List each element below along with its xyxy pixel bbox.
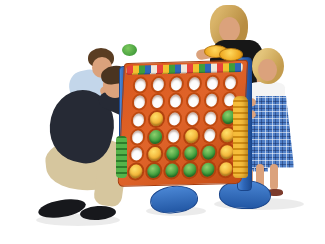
empty-hole xyxy=(203,129,215,142)
green-disc xyxy=(201,145,215,159)
board-cell xyxy=(164,127,183,145)
board-cell xyxy=(199,144,218,162)
board-cell xyxy=(127,146,146,164)
yellow-disc xyxy=(128,165,142,179)
green-disc xyxy=(146,164,160,178)
empty-hole xyxy=(224,76,236,89)
board-grid xyxy=(126,74,240,181)
empty-hole xyxy=(132,113,144,126)
yellow-disc-tray xyxy=(233,96,248,178)
left-post-green-cap xyxy=(122,44,137,56)
board-cell xyxy=(144,163,163,181)
board-cell xyxy=(202,92,221,110)
board-cell xyxy=(147,93,166,111)
board-cell xyxy=(130,76,149,94)
board-cell xyxy=(129,94,148,112)
board-cell xyxy=(202,74,221,92)
yellow-disc xyxy=(147,147,161,161)
girl-leg xyxy=(270,164,278,190)
green-disc xyxy=(165,146,179,160)
empty-hole xyxy=(167,130,179,143)
board-cell xyxy=(163,145,182,163)
yellow-disc xyxy=(219,145,233,159)
empty-hole xyxy=(168,112,180,125)
board-cell xyxy=(162,162,181,180)
board-cell xyxy=(147,111,166,129)
empty-hole xyxy=(206,77,218,90)
empty-hole xyxy=(188,77,200,90)
board-cell xyxy=(198,161,217,179)
empty-hole xyxy=(187,94,199,107)
empty-hole xyxy=(134,79,146,92)
yellow-disc xyxy=(219,162,233,176)
board-cell xyxy=(145,145,164,163)
yellow-disc xyxy=(149,112,163,126)
board-cell xyxy=(126,163,145,181)
board-cell xyxy=(181,144,200,162)
green-disc xyxy=(201,163,215,177)
board-cell xyxy=(146,128,165,146)
yellow-disc xyxy=(184,129,198,143)
board-cell xyxy=(182,127,201,145)
board-cell xyxy=(201,109,220,127)
board-cell xyxy=(220,74,239,92)
woman-face xyxy=(219,17,240,42)
board-cell xyxy=(184,75,203,93)
board-cell xyxy=(165,110,184,128)
empty-hole xyxy=(204,111,216,124)
green-disc xyxy=(182,163,196,177)
board-cell xyxy=(166,93,185,111)
board-cell xyxy=(200,126,219,144)
board-cell xyxy=(128,128,147,146)
empty-hole xyxy=(205,94,217,107)
green-disc xyxy=(148,130,162,144)
empty-hole xyxy=(186,112,198,125)
green-disc xyxy=(164,164,178,178)
board-cell xyxy=(184,92,203,110)
empty-hole xyxy=(169,95,181,108)
board-cell xyxy=(180,162,199,180)
board-cell xyxy=(148,76,167,94)
connect-four-board xyxy=(118,60,249,187)
empty-hole xyxy=(151,95,163,108)
green-disc xyxy=(183,146,197,160)
decorative-top-bar xyxy=(126,63,243,75)
board-cell xyxy=(129,111,148,129)
empty-hole xyxy=(152,78,164,91)
empty-hole xyxy=(131,131,143,144)
board-cell xyxy=(166,75,185,93)
green-disc-tray xyxy=(116,136,127,178)
empty-hole xyxy=(130,148,142,161)
girl-face xyxy=(258,59,277,81)
empty-hole xyxy=(170,78,182,91)
empty-hole xyxy=(133,96,145,109)
loose-yellow-disc xyxy=(219,48,243,61)
scene xyxy=(0,0,325,244)
board-cell xyxy=(183,110,202,128)
